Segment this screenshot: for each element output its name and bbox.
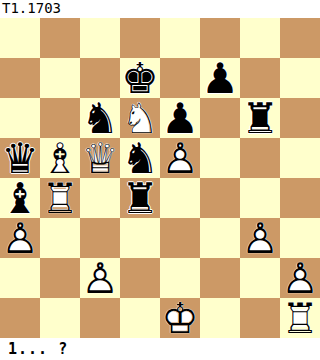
square-c6[interactable]: ♞ [80, 98, 120, 138]
square-b5[interactable]: ♝♗ [40, 138, 80, 178]
square-h6[interactable] [280, 98, 320, 138]
square-a5[interactable]: ♛ [0, 138, 40, 178]
square-e8[interactable] [160, 18, 200, 58]
white-pawn-fill: ♟ [1, 218, 39, 260]
white-pawn-fill: ♟ [241, 218, 279, 260]
square-c5[interactable]: ♛♕ [80, 138, 120, 178]
square-d8[interactable] [120, 18, 160, 58]
square-f2[interactable] [200, 258, 240, 298]
square-f1[interactable] [200, 298, 240, 338]
square-a6[interactable] [0, 98, 40, 138]
black-knight: ♞ [121, 138, 159, 180]
square-f5[interactable] [200, 138, 240, 178]
square-h1[interactable]: ♜♖ [280, 298, 320, 338]
square-c7[interactable] [80, 58, 120, 98]
white-bishop-fill: ♝ [41, 138, 79, 180]
white-pawn: ♙ [281, 258, 319, 300]
square-c3[interactable] [80, 218, 120, 258]
square-h8[interactable] [280, 18, 320, 58]
square-d1[interactable] [120, 298, 160, 338]
square-b2[interactable] [40, 258, 80, 298]
square-g7[interactable] [240, 58, 280, 98]
square-c1[interactable] [80, 298, 120, 338]
white-queen: ♕ [81, 138, 119, 180]
square-e2[interactable] [160, 258, 200, 298]
white-knight: ♘ [121, 98, 159, 140]
square-g1[interactable] [240, 298, 280, 338]
white-bishop: ♗ [41, 138, 79, 180]
square-c2[interactable]: ♟♙ [80, 258, 120, 298]
white-rook: ♖ [41, 178, 79, 220]
square-e5[interactable]: ♟♙ [160, 138, 200, 178]
square-h3[interactable] [280, 218, 320, 258]
black-pawn: ♟ [201, 58, 239, 100]
square-b6[interactable] [40, 98, 80, 138]
move-prompt: 1... ? [0, 338, 320, 360]
black-pawn: ♟ [161, 98, 199, 140]
square-f3[interactable] [200, 218, 240, 258]
square-a2[interactable] [0, 258, 40, 298]
square-e1[interactable]: ♚♔ [160, 298, 200, 338]
white-pawn-fill: ♟ [81, 258, 119, 300]
white-pawn: ♙ [161, 138, 199, 180]
black-rook: ♜ [241, 98, 279, 140]
square-d7[interactable]: ♚ [120, 58, 160, 98]
square-b1[interactable] [40, 298, 80, 338]
square-h5[interactable] [280, 138, 320, 178]
square-c4[interactable] [80, 178, 120, 218]
square-d6[interactable]: ♞♘ [120, 98, 160, 138]
square-f8[interactable] [200, 18, 240, 58]
square-a3[interactable]: ♟♙ [0, 218, 40, 258]
square-d3[interactable] [120, 218, 160, 258]
puzzle-id: T1.1703 [0, 0, 320, 18]
white-king: ♔ [161, 298, 199, 340]
black-rook: ♜ [121, 178, 159, 220]
chess-board: ♚♟♞♞♘♟♜♛♝♗♛♕♞♟♙♝♜♖♜♟♙♟♙♟♙♟♙♚♔♜♖ [0, 18, 320, 338]
white-pawn: ♙ [81, 258, 119, 300]
square-e4[interactable] [160, 178, 200, 218]
white-knight-fill: ♞ [121, 98, 159, 140]
square-h7[interactable] [280, 58, 320, 98]
white-pawn: ♙ [1, 218, 39, 260]
black-bishop: ♝ [1, 178, 39, 220]
square-d4[interactable]: ♜ [120, 178, 160, 218]
chess-puzzle-page: T1.1703 ♚♟♞♞♘♟♜♛♝♗♛♕♞♟♙♝♜♖♜♟♙♟♙♟♙♟♙♚♔♜♖ … [0, 0, 320, 360]
square-e7[interactable] [160, 58, 200, 98]
square-g2[interactable] [240, 258, 280, 298]
square-g8[interactable] [240, 18, 280, 58]
square-a1[interactable] [0, 298, 40, 338]
white-rook-fill: ♜ [281, 298, 319, 340]
square-h4[interactable] [280, 178, 320, 218]
square-f6[interactable] [200, 98, 240, 138]
square-g4[interactable] [240, 178, 280, 218]
square-g6[interactable]: ♜ [240, 98, 280, 138]
square-b8[interactable] [40, 18, 80, 58]
square-b4[interactable]: ♜♖ [40, 178, 80, 218]
square-a8[interactable] [0, 18, 40, 58]
square-g3[interactable]: ♟♙ [240, 218, 280, 258]
square-a7[interactable] [0, 58, 40, 98]
white-king-fill: ♚ [161, 298, 199, 340]
square-e3[interactable] [160, 218, 200, 258]
square-d5[interactable]: ♞ [120, 138, 160, 178]
square-g5[interactable] [240, 138, 280, 178]
square-d2[interactable] [120, 258, 160, 298]
square-b3[interactable] [40, 218, 80, 258]
white-pawn-fill: ♟ [161, 138, 199, 180]
black-knight: ♞ [81, 98, 119, 140]
black-king: ♚ [121, 58, 159, 100]
square-f4[interactable] [200, 178, 240, 218]
square-f7[interactable]: ♟ [200, 58, 240, 98]
square-a4[interactable]: ♝ [0, 178, 40, 218]
square-e6[interactable]: ♟ [160, 98, 200, 138]
white-rook: ♖ [281, 298, 319, 340]
white-rook-fill: ♜ [41, 178, 79, 220]
square-h2[interactable]: ♟♙ [280, 258, 320, 298]
square-c8[interactable] [80, 18, 120, 58]
black-queen: ♛ [1, 138, 39, 180]
square-b7[interactable] [40, 58, 80, 98]
white-queen-fill: ♛ [81, 138, 119, 180]
white-pawn-fill: ♟ [281, 258, 319, 300]
white-pawn: ♙ [241, 218, 279, 260]
